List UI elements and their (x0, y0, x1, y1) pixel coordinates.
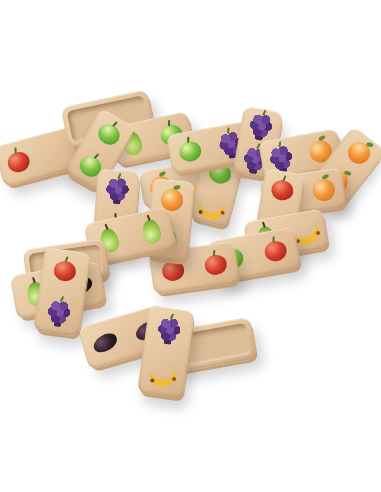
grapes-icon (45, 298, 73, 328)
tile-half (195, 187, 228, 226)
grapes-icon (247, 111, 275, 142)
red-apple-icon (53, 260, 78, 283)
banana-icon (149, 360, 177, 387)
tile-half (38, 147, 77, 157)
table-surface (0, 0, 381, 492)
pear-icon (140, 218, 163, 245)
tile-half (81, 329, 128, 357)
tile-half (147, 350, 179, 397)
green-apple-icon (177, 140, 202, 164)
tile-half (150, 258, 195, 284)
tile-half (51, 249, 79, 294)
red-apple-icon (263, 239, 288, 263)
banana-icon (198, 194, 225, 220)
red-apple-icon (5, 150, 31, 175)
red-apple-icon (203, 254, 228, 277)
grapes-icon (155, 315, 183, 345)
tile-half (168, 138, 212, 165)
orange-icon (344, 137, 375, 168)
red-apple-icon (270, 179, 295, 203)
tile-half (154, 307, 184, 354)
plum-icon (90, 330, 120, 356)
green-apple-icon (95, 120, 124, 148)
tile-half (301, 176, 345, 203)
tile-half (44, 290, 74, 335)
tile-half (268, 170, 296, 211)
tile-half (104, 169, 131, 211)
tile-half (128, 215, 175, 247)
red-apple-icon (160, 260, 185, 283)
grapes-icon (104, 176, 130, 205)
tile-half (252, 238, 299, 265)
orange-icon (311, 178, 336, 203)
tile-half (0, 147, 41, 177)
tile-half (193, 252, 238, 278)
